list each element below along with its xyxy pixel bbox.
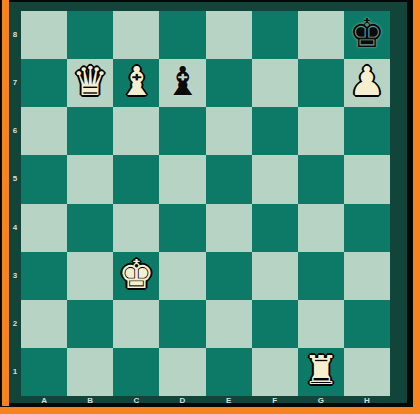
- square-d3[interactable]: [159, 252, 205, 300]
- square-b6[interactable]: [67, 107, 113, 155]
- square-h6[interactable]: [344, 107, 390, 155]
- square-h8[interactable]: ♚: [344, 11, 390, 59]
- square-a8[interactable]: [21, 11, 67, 59]
- chess-app-window: 87654321 ♚♛♝♝♟♚♜ ABCDEFGH: [0, 0, 420, 414]
- square-f1[interactable]: [252, 348, 298, 396]
- square-d5[interactable]: [159, 155, 205, 203]
- square-f8[interactable]: [252, 11, 298, 59]
- black-king-piece-h8[interactable]: ♚: [349, 13, 385, 53]
- square-e4[interactable]: [206, 204, 252, 252]
- square-g8[interactable]: [298, 11, 344, 59]
- square-d7[interactable]: ♝: [159, 59, 205, 107]
- white-bishop-piece-c7[interactable]: ♝: [118, 61, 154, 101]
- file-label-c: C: [113, 396, 159, 405]
- square-b8[interactable]: [67, 11, 113, 59]
- square-h2[interactable]: [344, 300, 390, 348]
- file-labels: ABCDEFGH: [21, 396, 390, 405]
- rank-labels: 87654321: [9, 11, 21, 396]
- square-c1[interactable]: [113, 348, 159, 396]
- square-e6[interactable]: [206, 107, 252, 155]
- square-e2[interactable]: [206, 300, 252, 348]
- rank-label-7: 7: [9, 59, 21, 107]
- square-b2[interactable]: [67, 300, 113, 348]
- square-c7[interactable]: ♝: [113, 59, 159, 107]
- square-b1[interactable]: [67, 348, 113, 396]
- chess-board[interactable]: ♚♛♝♝♟♚♜: [21, 11, 390, 396]
- window-border-bottom: [0, 407, 420, 414]
- square-c5[interactable]: [113, 155, 159, 203]
- square-f2[interactable]: [252, 300, 298, 348]
- file-label-g: G: [298, 396, 344, 405]
- white-king-piece-c3[interactable]: ♚: [118, 254, 154, 294]
- file-label-h: H: [344, 396, 390, 405]
- rank-label-4: 4: [9, 204, 21, 252]
- square-h7[interactable]: ♟: [344, 59, 390, 107]
- square-f7[interactable]: [252, 59, 298, 107]
- black-bishop-piece-d7[interactable]: ♝: [165, 61, 201, 101]
- white-pawn-piece-h7[interactable]: ♟: [349, 61, 385, 101]
- file-label-b: B: [67, 396, 113, 405]
- square-d2[interactable]: [159, 300, 205, 348]
- rank-label-3: 3: [9, 252, 21, 300]
- square-a2[interactable]: [21, 300, 67, 348]
- square-b7[interactable]: ♛: [67, 59, 113, 107]
- board-frame: 87654321 ♚♛♝♝♟♚♜ ABCDEFGH: [9, 2, 407, 403]
- file-label-d: D: [159, 396, 205, 405]
- square-d1[interactable]: [159, 348, 205, 396]
- square-g4[interactable]: [298, 204, 344, 252]
- square-h4[interactable]: [344, 204, 390, 252]
- square-f5[interactable]: [252, 155, 298, 203]
- square-h1[interactable]: [344, 348, 390, 396]
- square-f3[interactable]: [252, 252, 298, 300]
- file-label-a: A: [21, 396, 67, 405]
- square-h3[interactable]: [344, 252, 390, 300]
- rank-label-6: 6: [9, 107, 21, 155]
- white-queen-piece-b7[interactable]: ♛: [72, 61, 108, 101]
- square-e5[interactable]: [206, 155, 252, 203]
- square-g3[interactable]: [298, 252, 344, 300]
- square-f4[interactable]: [252, 204, 298, 252]
- file-label-f: F: [252, 396, 298, 405]
- square-h5[interactable]: [344, 155, 390, 203]
- square-b5[interactable]: [67, 155, 113, 203]
- square-b3[interactable]: [67, 252, 113, 300]
- square-c8[interactable]: [113, 11, 159, 59]
- square-d6[interactable]: [159, 107, 205, 155]
- square-a6[interactable]: [21, 107, 67, 155]
- rank-label-8: 8: [9, 11, 21, 59]
- square-c6[interactable]: [113, 107, 159, 155]
- square-b4[interactable]: [67, 204, 113, 252]
- square-g1[interactable]: ♜: [298, 348, 344, 396]
- square-c3[interactable]: ♚: [113, 252, 159, 300]
- square-a7[interactable]: [21, 59, 67, 107]
- square-c2[interactable]: [113, 300, 159, 348]
- square-e1[interactable]: [206, 348, 252, 396]
- square-g5[interactable]: [298, 155, 344, 203]
- square-g2[interactable]: [298, 300, 344, 348]
- square-e8[interactable]: [206, 11, 252, 59]
- file-label-e: E: [206, 396, 252, 405]
- square-g6[interactable]: [298, 107, 344, 155]
- square-a5[interactable]: [21, 155, 67, 203]
- square-e7[interactable]: [206, 59, 252, 107]
- rank-label-5: 5: [9, 155, 21, 203]
- rank-label-1: 1: [9, 348, 21, 396]
- square-d8[interactable]: [159, 11, 205, 59]
- square-d4[interactable]: [159, 204, 205, 252]
- rank-label-2: 2: [9, 300, 21, 348]
- square-c4[interactable]: [113, 204, 159, 252]
- square-e3[interactable]: [206, 252, 252, 300]
- square-a1[interactable]: [21, 348, 67, 396]
- window-border-right: [413, 0, 420, 408]
- square-a3[interactable]: [21, 252, 67, 300]
- square-a4[interactable]: [21, 204, 67, 252]
- square-f6[interactable]: [252, 107, 298, 155]
- square-g7[interactable]: [298, 59, 344, 107]
- window-border-left: [2, 0, 9, 406]
- white-rook-piece-g1[interactable]: ♜: [303, 350, 339, 390]
